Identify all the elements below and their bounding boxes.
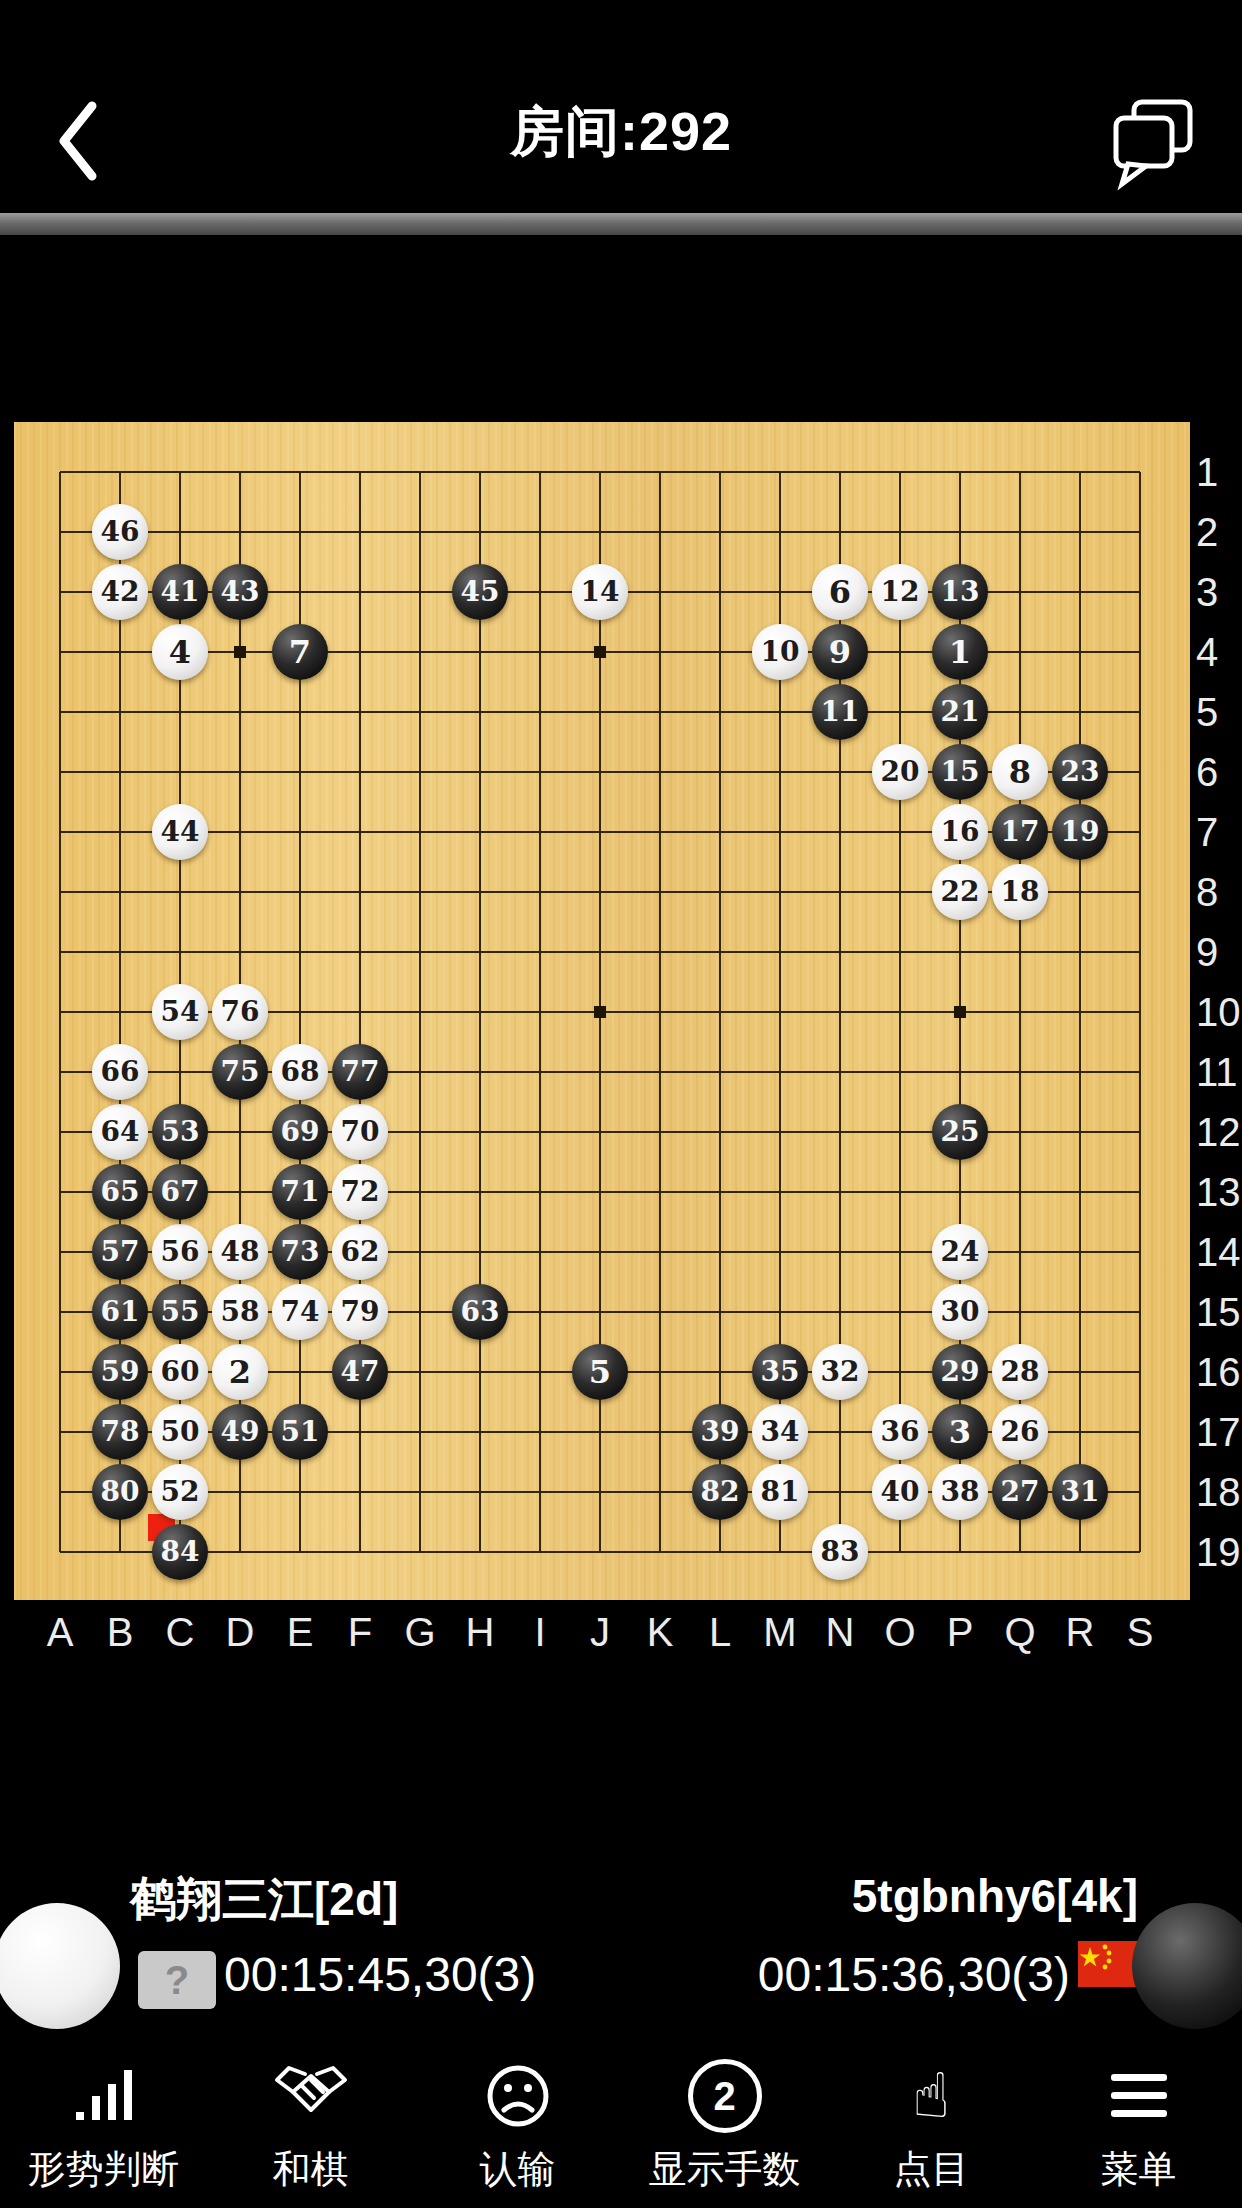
col-label-K: K — [638, 1600, 682, 1664]
stone-48-white-D14[interactable]: 48 — [212, 1224, 268, 1280]
stone-55-black-C15[interactable]: 55 — [152, 1284, 208, 1340]
stone-32-white-N16[interactable]: 32 — [812, 1344, 868, 1400]
bar-chart-icon — [68, 2054, 140, 2138]
stone-69-black-E12[interactable]: 69 — [272, 1104, 328, 1160]
stone-2-white-D16[interactable]: 2 — [212, 1344, 268, 1400]
stone-12-white-O3[interactable]: 12 — [872, 564, 928, 620]
stone-53-black-C12[interactable]: 53 — [152, 1104, 208, 1160]
stone-79-white-F15[interactable]: 79 — [332, 1284, 388, 1340]
stone-31-black-R18[interactable]: 31 — [1052, 1464, 1108, 1520]
stone-60-white-C16[interactable]: 60 — [152, 1344, 208, 1400]
toolbar-label: 和棋 — [273, 2144, 349, 2195]
china-flag-icon — [1078, 1941, 1140, 1987]
toolbar-item-draw[interactable]: 和棋 — [207, 2042, 414, 2208]
row-label-16: 16 — [1196, 1350, 1242, 1394]
stone-16-white-P7[interactable]: 16 — [932, 804, 988, 860]
stone-50-white-C17[interactable]: 50 — [152, 1404, 208, 1460]
row-label-5: 5 — [1196, 690, 1242, 734]
stone-17-black-Q7[interactable]: 17 — [992, 804, 1048, 860]
bottom-toolbar: 形势判断 和棋 认输 — [0, 2042, 1242, 2208]
col-label-D: D — [218, 1600, 262, 1664]
black-player-stone-avatar — [1132, 1903, 1242, 2029]
stone-62-white-F14[interactable]: 62 — [332, 1224, 388, 1280]
sad-face-icon — [482, 2054, 554, 2138]
row-label-11: 11 — [1196, 1050, 1242, 1094]
stone-77-black-F11[interactable]: 77 — [332, 1044, 388, 1100]
stone-71-black-E13[interactable]: 71 — [272, 1164, 328, 1220]
stone-11-black-N5[interactable]: 11 — [812, 684, 868, 740]
col-label-S: S — [1118, 1600, 1162, 1664]
toolbar-label: 形势判断 — [28, 2144, 180, 2195]
row-label-4: 4 — [1196, 630, 1242, 674]
stone-63-black-H15[interactable]: 63 — [452, 1284, 508, 1340]
stone-43-black-D3[interactable]: 43 — [212, 564, 268, 620]
white-player-question-badge[interactable]: ? — [138, 1951, 216, 2009]
stone-13-black-P3[interactable]: 13 — [932, 564, 988, 620]
handshake-icon — [269, 2054, 353, 2138]
stone-41-black-C3[interactable]: 41 — [152, 564, 208, 620]
row-label-14: 14 — [1196, 1230, 1242, 1274]
stone-19-black-R7[interactable]: 19 — [1052, 804, 1108, 860]
stone-15-black-P6[interactable]: 15 — [932, 744, 988, 800]
toolbar-label: 点目 — [894, 2144, 970, 2195]
circled-2-icon: 2 — [688, 2054, 762, 2138]
stone-64-white-B12[interactable]: 64 — [92, 1104, 148, 1160]
stone-38-white-P18[interactable]: 38 — [932, 1464, 988, 1520]
stone-4-white-C4[interactable]: 4 — [152, 624, 208, 680]
stone-58-white-D15[interactable]: 58 — [212, 1284, 268, 1340]
stone-29-black-P16[interactable]: 29 — [932, 1344, 988, 1400]
stone-70-white-F12[interactable]: 70 — [332, 1104, 388, 1160]
col-label-Q: Q — [998, 1600, 1042, 1664]
col-label-E: E — [278, 1600, 322, 1664]
stone-73-black-E14[interactable]: 73 — [272, 1224, 328, 1280]
col-label-P: P — [938, 1600, 982, 1664]
col-label-F: F — [338, 1600, 382, 1664]
stone-30-white-P15[interactable]: 30 — [932, 1284, 988, 1340]
app-screen: 房间:292 ABCDEFGHIJKLMNOPQRS 1234567891011… — [0, 0, 1242, 2208]
stone-26-white-Q17[interactable]: 26 — [992, 1404, 1048, 1460]
stone-67-black-C13[interactable]: 67 — [152, 1164, 208, 1220]
stone-7-black-E4[interactable]: 7 — [272, 624, 328, 680]
toolbar-item-position-judgment[interactable]: 形势判断 — [0, 2042, 207, 2208]
stone-1-black-P4[interactable]: 1 — [932, 624, 988, 680]
row-label-7: 7 — [1196, 810, 1242, 854]
stone-47-black-F16[interactable]: 47 — [332, 1344, 388, 1400]
col-label-A: A — [38, 1600, 82, 1664]
stone-65-black-B13[interactable]: 65 — [92, 1164, 148, 1220]
stone-51-black-E17[interactable]: 51 — [272, 1404, 328, 1460]
col-label-M: M — [758, 1600, 802, 1664]
stone-46-white-B2[interactable]: 46 — [92, 504, 148, 560]
stone-66-white-B11[interactable]: 66 — [92, 1044, 148, 1100]
stone-78-black-B17[interactable]: 78 — [92, 1404, 148, 1460]
toolbar-item-show-move-numbers[interactable]: 2 显示手数 — [621, 2042, 828, 2208]
stone-80-black-B18[interactable]: 80 — [92, 1464, 148, 1520]
col-label-B: B — [98, 1600, 142, 1664]
col-label-O: O — [878, 1600, 922, 1664]
stone-40-white-O18[interactable]: 40 — [872, 1464, 928, 1520]
stone-83-white-N19[interactable]: 83 — [812, 1524, 868, 1580]
stone-36-white-O17[interactable]: 36 — [872, 1404, 928, 1460]
row-label-12: 12 — [1196, 1110, 1242, 1154]
stone-54-white-C10[interactable]: 54 — [152, 984, 208, 1040]
col-label-N: N — [818, 1600, 862, 1664]
col-label-C: C — [158, 1600, 202, 1664]
stone-39-black-L17[interactable]: 39 — [692, 1404, 748, 1460]
stone-42-white-B3[interactable]: 42 — [92, 564, 148, 620]
black-player-name: 5tgbnhy6[4k] — [852, 1869, 1138, 1923]
col-label-J: J — [578, 1600, 622, 1664]
stone-72-white-F13[interactable]: 72 — [332, 1164, 388, 1220]
toolbar-item-resign[interactable]: 认输 — [414, 2042, 621, 2208]
toolbar-item-count-points[interactable]: ☝ 点目 — [828, 2042, 1035, 2208]
stone-18-white-Q8[interactable]: 18 — [992, 864, 1048, 920]
white-player-stone-avatar — [0, 1903, 120, 2029]
stone-81-white-M18[interactable]: 81 — [752, 1464, 808, 1520]
col-label-I: I — [518, 1600, 562, 1664]
stone-68-white-E11[interactable]: 68 — [272, 1044, 328, 1100]
col-label-H: H — [458, 1600, 502, 1664]
stone-28-white-Q16[interactable]: 28 — [992, 1344, 1048, 1400]
toolbar-label: 认输 — [480, 2144, 556, 2195]
stone-49-black-D17[interactable]: 49 — [212, 1404, 268, 1460]
stone-35-black-M16[interactable]: 35 — [752, 1344, 808, 1400]
stone-10-white-M4[interactable]: 10 — [752, 624, 808, 680]
col-label-G: G — [398, 1600, 442, 1664]
players-bar: 鹤翔三江[2d] ? 00:15:45,30(3) 5tgbnhy6[4k] 0… — [0, 1855, 1242, 2045]
toolbar-item-menu[interactable]: 菜单 — [1035, 2042, 1242, 2208]
row-label-2: 2 — [1196, 510, 1242, 554]
stone-21-black-P5[interactable]: 21 — [932, 684, 988, 740]
stone-8-white-Q6[interactable]: 8 — [992, 744, 1048, 800]
stone-59-black-B16[interactable]: 59 — [92, 1344, 148, 1400]
col-label-R: R — [1058, 1600, 1102, 1664]
row-label-9: 9 — [1196, 930, 1242, 974]
stone-14-white-J3[interactable]: 14 — [572, 564, 628, 620]
stone-56-white-C14[interactable]: 56 — [152, 1224, 208, 1280]
stone-34-white-M17[interactable]: 34 — [752, 1404, 808, 1460]
menu-icon — [1103, 2054, 1175, 2138]
stone-25-black-P12[interactable]: 25 — [932, 1104, 988, 1160]
stone-3-black-P17[interactable]: 3 — [932, 1404, 988, 1460]
stone-22-white-P8[interactable]: 22 — [932, 864, 988, 920]
stone-6-white-N3[interactable]: 6 — [812, 564, 868, 620]
header: 房间:292 — [0, 0, 1242, 213]
row-labels: 12345678910111213141516171819 — [1190, 422, 1242, 1600]
move-number-badge: 2 — [688, 2059, 762, 2133]
stone-45-black-H3[interactable]: 45 — [452, 564, 508, 620]
page-title: 房间:292 — [0, 96, 1242, 169]
chat-bubbles-icon — [1108, 92, 1198, 192]
stone-84-black-C19[interactable]: 84 — [152, 1524, 208, 1580]
white-player-name: 鹤翔三江[2d] — [130, 1869, 398, 1931]
stone-24-white-P14[interactable]: 24 — [932, 1224, 988, 1280]
pointing-hand-icon: ☝ — [913, 2054, 951, 2138]
stone-44-white-C7[interactable]: 44 — [152, 804, 208, 860]
stone-9-black-N4[interactable]: 9 — [812, 624, 868, 680]
toolbar-label: 菜单 — [1101, 2144, 1177, 2195]
col-label-L: L — [698, 1600, 742, 1664]
stone-76-white-D10[interactable]: 76 — [212, 984, 268, 1040]
row-label-1: 1 — [1196, 450, 1242, 494]
stone-57-black-B14[interactable]: 57 — [92, 1224, 148, 1280]
stone-52-white-C18[interactable]: 52 — [152, 1464, 208, 1520]
stone-82-black-L18[interactable]: 82 — [692, 1464, 748, 1520]
stone-20-white-O6[interactable]: 20 — [872, 744, 928, 800]
stone-75-black-D11[interactable]: 75 — [212, 1044, 268, 1100]
row-label-17: 17 — [1196, 1410, 1242, 1454]
row-label-3: 3 — [1196, 570, 1242, 614]
stone-74-white-E15[interactable]: 74 — [272, 1284, 328, 1340]
stone-61-black-B15[interactable]: 61 — [92, 1284, 148, 1340]
row-label-15: 15 — [1196, 1290, 1242, 1334]
column-labels: ABCDEFGHIJKLMNOPQRS — [14, 1600, 1190, 1664]
white-player-clock: 00:15:45,30(3) — [224, 1947, 536, 2002]
toolbar-label: 显示手数 — [649, 2144, 801, 2195]
row-label-8: 8 — [1196, 870, 1242, 914]
row-label-6: 6 — [1196, 750, 1242, 794]
stone-27-black-Q18[interactable]: 27 — [992, 1464, 1048, 1520]
row-label-10: 10 — [1196, 990, 1242, 1034]
stone-5-black-J16[interactable]: 5 — [572, 1344, 628, 1400]
row-label-13: 13 — [1196, 1170, 1242, 1214]
row-label-19: 19 — [1196, 1530, 1242, 1574]
stone-23-black-R6[interactable]: 23 — [1052, 744, 1108, 800]
chat-button[interactable] — [1108, 92, 1198, 192]
header-divider — [0, 213, 1242, 235]
black-player-clock: 00:15:36,30(3) — [758, 1947, 1070, 2002]
row-label-18: 18 — [1196, 1470, 1242, 1514]
